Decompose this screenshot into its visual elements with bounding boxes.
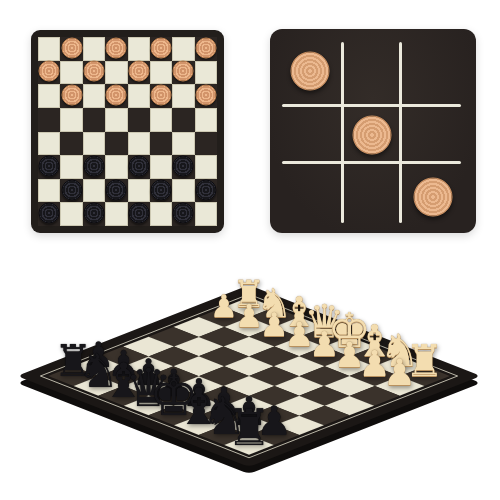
natural-knight: ♞ (256, 283, 292, 323)
chess-square (199, 366, 249, 386)
checkers-square (150, 155, 172, 179)
checkers-board (31, 30, 224, 233)
checkers-square (60, 202, 82, 226)
black-checker-piece (61, 179, 82, 200)
natural-pawn: ♟ (309, 328, 340, 362)
tic-tac-toe-grid-line-horizontal-2 (282, 161, 461, 164)
chess-square (199, 386, 249, 406)
checkers-square (128, 37, 150, 61)
chess-square (224, 415, 274, 435)
natural-knight: ♞ (379, 328, 419, 373)
chess-square (224, 337, 274, 357)
chess-square (174, 396, 224, 416)
checkers-square (150, 37, 172, 61)
checkers-square (195, 179, 217, 203)
chess-square (324, 337, 374, 357)
chess-square (174, 317, 224, 337)
chess-square (274, 415, 324, 435)
tan-checker-piece (151, 85, 172, 106)
chess-square (123, 396, 173, 416)
black-pawn: ♟ (231, 392, 267, 432)
chess-square (174, 337, 224, 357)
checkers-square (60, 155, 82, 179)
chess-square (274, 337, 324, 357)
checkers-square (150, 108, 172, 132)
chess-square (249, 425, 299, 445)
chess-square (274, 317, 324, 337)
checkers-square (105, 202, 127, 226)
black-checker-piece (83, 155, 104, 176)
chess-square (98, 386, 148, 406)
checkers-square (38, 84, 60, 108)
black-checker-piece (151, 179, 172, 200)
checkers-square (195, 84, 217, 108)
black-pawn: ♟ (206, 383, 241, 422)
checkers-square (60, 132, 82, 156)
chess-square (224, 317, 274, 337)
checkers-square (105, 108, 127, 132)
chess-board-pinstripe (40, 294, 459, 458)
chess-square (349, 346, 399, 366)
checkers-square (83, 37, 105, 61)
checkers-square (83, 84, 105, 108)
chess-board-edge (17, 292, 481, 474)
tan-checker-piece (195, 37, 216, 58)
natural-rook: ♜ (232, 276, 265, 313)
chess-square (299, 346, 349, 366)
checkers-square (195, 108, 217, 132)
chess-square (174, 415, 224, 435)
chess-square (73, 356, 123, 376)
natural-rook: ♜ (405, 339, 444, 383)
black-pawn: ♟ (132, 355, 165, 392)
black-pawn: ♟ (256, 401, 292, 442)
tan-checker-piece (61, 85, 82, 106)
tan-checker-piece (106, 85, 127, 106)
chess-square (349, 386, 399, 406)
tan-game-disc (290, 52, 329, 91)
chess-grid (48, 297, 450, 454)
chess-square (199, 425, 249, 445)
checkers-square (128, 108, 150, 132)
tic-tac-toe-grid-line-vertical-2 (399, 42, 402, 223)
chess-square (149, 327, 199, 347)
chess-square (299, 386, 349, 406)
chess-square (274, 376, 324, 396)
checkers-square (38, 179, 60, 203)
checkers-square (38, 108, 60, 132)
checkers-square (172, 132, 194, 156)
chess-square (149, 366, 199, 386)
natural-pawn: ♟ (383, 355, 416, 392)
checkers-square (105, 37, 127, 61)
black-checker-piece (106, 179, 127, 200)
chess-square (224, 356, 274, 376)
chess-square (249, 307, 299, 327)
black-pawn: ♟ (157, 364, 191, 401)
checkers-square (128, 202, 150, 226)
black-king: ♚ (149, 368, 199, 424)
checkers-square (172, 155, 194, 179)
black-knight: ♞ (201, 391, 248, 443)
checkers-square (150, 202, 172, 226)
chess-square (123, 337, 173, 357)
chess-square (123, 356, 173, 376)
natural-queen: ♛ (304, 298, 345, 343)
chess-square (274, 356, 324, 376)
tic-tac-toe-grid-line-horizontal-1 (282, 104, 461, 107)
chess-square (299, 406, 349, 426)
checkers-square (172, 108, 194, 132)
natural-pawn: ♟ (334, 337, 365, 372)
tan-checker-piece (173, 61, 194, 82)
black-bishop: ♝ (176, 382, 222, 433)
black-checker-piece (128, 155, 149, 176)
checkers-square (38, 37, 60, 61)
chess-square (199, 327, 249, 347)
checkers-square (38, 155, 60, 179)
chess-square (98, 346, 148, 366)
tan-checker-piece (151, 37, 172, 58)
black-checker-piece (173, 155, 194, 176)
chess-square (249, 366, 299, 386)
checkers-square (105, 61, 127, 85)
checkers-square (172, 61, 194, 85)
checkers-square (128, 61, 150, 85)
chess-square (375, 356, 425, 376)
checkers-square (195, 37, 217, 61)
checkers-square (38, 61, 60, 85)
chess-square (224, 396, 274, 416)
checkers-square (128, 132, 150, 156)
checkers-square (150, 179, 172, 203)
chess-square (249, 327, 299, 347)
checkers-square (83, 132, 105, 156)
checkers-square (128, 179, 150, 203)
chess-square (224, 435, 274, 455)
chess-square (199, 346, 249, 366)
black-rook: ♜ (54, 339, 93, 383)
checkers-square (83, 108, 105, 132)
tan-checker-piece (39, 61, 60, 82)
checkers-square (195, 155, 217, 179)
chess-square (174, 376, 224, 396)
product-photo: ♜♞♝♛♚♝♞♜♟♟♟♟♟♟♟♟♟♟♟♟♟♟♟♟♜♞♝♛♚♝♞♜ (0, 0, 500, 500)
chess-square (174, 356, 224, 376)
black-bishop: ♝ (102, 355, 145, 403)
chess-square (224, 297, 274, 317)
chess-square (375, 376, 425, 396)
natural-pawn: ♟ (210, 291, 238, 322)
chess-square (299, 366, 349, 386)
chess-square (199, 307, 249, 327)
chess-square (249, 346, 299, 366)
black-checker-piece (83, 203, 104, 224)
tan-checker-piece (106, 37, 127, 58)
chess-square (249, 406, 299, 426)
checkers-square (105, 155, 127, 179)
tan-checker-piece (83, 61, 104, 82)
natural-bishop: ♝ (281, 292, 318, 333)
checkers-square (38, 202, 60, 226)
chess-square (299, 327, 349, 347)
natural-bishop: ♝ (355, 319, 394, 363)
checkers-square (195, 132, 217, 156)
black-queen: ♛ (125, 361, 172, 414)
chess-square (199, 406, 249, 426)
checkers-square (150, 61, 172, 85)
checkers-square (60, 179, 82, 203)
tic-tac-toe-board (270, 29, 476, 233)
black-checker-piece (128, 203, 149, 224)
chess-square (400, 366, 450, 386)
chess-square (349, 366, 399, 386)
checkers-square (105, 84, 127, 108)
chess-square (48, 366, 98, 386)
tic-tac-toe-grid-line-vertical-1 (341, 42, 344, 223)
black-pawn: ♟ (83, 337, 114, 372)
checkers-square (60, 84, 82, 108)
checkers-square (150, 84, 172, 108)
natural-pawn: ♟ (235, 300, 264, 332)
checkers-square (60, 37, 82, 61)
black-checker-piece (173, 203, 194, 224)
chess-square (324, 376, 374, 396)
chess-square (324, 396, 374, 416)
checkers-square (105, 132, 127, 156)
chess-square (149, 386, 199, 406)
checkers-square (128, 84, 150, 108)
natural-king: ♚ (328, 306, 371, 354)
tan-checker-piece (128, 61, 149, 82)
checkers-square (83, 155, 105, 179)
checkers-square (60, 61, 82, 85)
chess-board (17, 285, 481, 467)
checkers-square (83, 179, 105, 203)
tan-checker-piece (61, 37, 82, 58)
checkers-square (172, 84, 194, 108)
checkers-square (195, 61, 217, 85)
checkers-square (150, 132, 172, 156)
chess-square (324, 356, 374, 376)
checkers-square (128, 155, 150, 179)
natural-pawn: ♟ (358, 346, 390, 382)
chess-square (249, 386, 299, 406)
black-checker-piece (195, 179, 216, 200)
checkers-square (60, 108, 82, 132)
checkers-square (83, 202, 105, 226)
checkers-square (195, 202, 217, 226)
black-pawn: ♟ (107, 346, 139, 382)
tan-checker-piece (195, 85, 216, 106)
black-knight: ♞ (77, 346, 119, 393)
natural-pawn: ♟ (259, 309, 288, 342)
black-checker-piece (39, 203, 60, 224)
checkers-square (38, 132, 60, 156)
chess-square (274, 396, 324, 416)
black-rook: ♜ (227, 403, 272, 453)
checkers-square (172, 37, 194, 61)
checkers-square (172, 202, 194, 226)
checkers-square (105, 179, 127, 203)
black-pawn: ♟ (182, 373, 216, 411)
tan-game-disc (352, 116, 391, 155)
chess-square (224, 376, 274, 396)
chess-square (123, 376, 173, 396)
chess-square (98, 366, 148, 386)
chess-square (149, 346, 199, 366)
black-checker-piece (39, 155, 60, 176)
natural-pawn: ♟ (284, 318, 314, 352)
chess-square (73, 376, 123, 396)
checkers-square (83, 61, 105, 85)
tan-game-disc (414, 178, 453, 217)
checkers-grid (38, 37, 217, 226)
chess-square (149, 406, 199, 426)
checkers-square (172, 179, 194, 203)
